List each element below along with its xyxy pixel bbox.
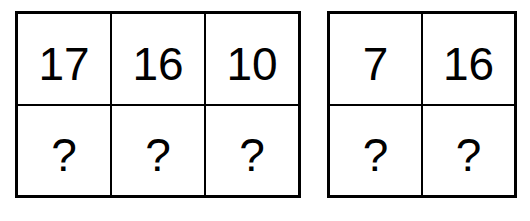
left-grid-cell-r1c2: 16 [112, 14, 204, 104]
right-grid-cell-r2c1: ? [330, 106, 421, 196]
left-grid-cell-r1c3: 10 [206, 14, 298, 104]
left-grid-cell-r2c2: ? [112, 106, 204, 196]
left-grid-cell-r2c3: ? [206, 106, 298, 196]
right-grid-cell-r1c2: 16 [423, 14, 514, 104]
left-grid: 17 16 10 ? ? ? [15, 11, 301, 198]
puzzle-canvas: 17 16 10 ? ? ? 7 16 ? ? [0, 0, 530, 221]
left-grid-cell-r2c1: ? [18, 106, 110, 196]
right-grid: 7 16 ? ? [327, 11, 517, 198]
right-grid-cell-r1c1: 7 [330, 14, 421, 104]
left-grid-cell-r1c1: 17 [18, 14, 110, 104]
right-grid-cell-r2c2: ? [423, 106, 514, 196]
